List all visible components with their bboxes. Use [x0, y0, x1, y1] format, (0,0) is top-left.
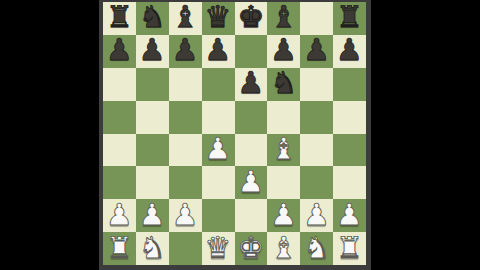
square-c1[interactable] [169, 232, 202, 265]
square-b7[interactable]: ♟ [136, 35, 169, 68]
square-a2[interactable]: ♟ [103, 199, 136, 232]
piece-white-pawn[interactable]: ♟ [106, 200, 133, 230]
piece-white-pawn[interactable]: ♟ [205, 134, 232, 164]
piece-black-bishop[interactable]: ♝ [270, 2, 297, 32]
square-c4[interactable] [169, 134, 202, 167]
piece-white-king[interactable]: ♚ [237, 233, 264, 263]
square-e3[interactable]: ♟ [235, 166, 268, 199]
square-h8[interactable]: ♜ [333, 2, 366, 35]
square-g1[interactable]: ♞ [300, 232, 333, 265]
square-c8[interactable]: ♝ [169, 2, 202, 35]
square-f5[interactable] [267, 101, 300, 134]
square-a4[interactable] [103, 134, 136, 167]
square-g7[interactable]: ♟ [300, 35, 333, 68]
square-h4[interactable] [333, 134, 366, 167]
square-a1[interactable]: ♜ [103, 232, 136, 265]
square-a6[interactable] [103, 68, 136, 101]
square-a5[interactable] [103, 101, 136, 134]
square-a8[interactable]: ♜ [103, 2, 136, 35]
square-b4[interactable] [136, 134, 169, 167]
square-b2[interactable]: ♟ [136, 199, 169, 232]
piece-white-bishop[interactable]: ♝ [270, 134, 297, 164]
square-e4[interactable] [235, 134, 268, 167]
square-b3[interactable] [136, 166, 169, 199]
square-e5[interactable] [235, 101, 268, 134]
piece-white-knight[interactable]: ♞ [303, 233, 330, 263]
piece-white-pawn[interactable]: ♟ [270, 200, 297, 230]
square-c3[interactable] [169, 166, 202, 199]
piece-black-knight[interactable]: ♞ [270, 68, 297, 98]
piece-white-rook[interactable]: ♜ [336, 233, 363, 263]
square-f4[interactable]: ♝ [267, 134, 300, 167]
square-d4[interactable]: ♟ [202, 134, 235, 167]
square-g5[interactable] [300, 101, 333, 134]
square-a3[interactable] [103, 166, 136, 199]
square-h7[interactable]: ♟ [333, 35, 366, 68]
square-g3[interactable] [300, 166, 333, 199]
square-e8[interactable]: ♚ [235, 2, 268, 35]
square-b6[interactable] [136, 68, 169, 101]
square-b5[interactable] [136, 101, 169, 134]
square-g2[interactable]: ♟ [300, 199, 333, 232]
piece-black-bishop[interactable]: ♝ [172, 2, 199, 32]
piece-white-pawn[interactable]: ♟ [237, 167, 264, 197]
square-g8[interactable] [300, 2, 333, 35]
piece-black-pawn[interactable]: ♟ [237, 68, 264, 98]
piece-white-rook[interactable]: ♜ [106, 233, 133, 263]
square-d5[interactable] [202, 101, 235, 134]
piece-black-queen[interactable]: ♛ [205, 2, 232, 32]
square-d8[interactable]: ♛ [202, 2, 235, 35]
square-c7[interactable]: ♟ [169, 35, 202, 68]
piece-black-rook[interactable]: ♜ [106, 2, 133, 32]
square-h6[interactable] [333, 68, 366, 101]
square-b1[interactable]: ♞ [136, 232, 169, 265]
square-g6[interactable] [300, 68, 333, 101]
square-b8[interactable]: ♞ [136, 2, 169, 35]
square-a7[interactable]: ♟ [103, 35, 136, 68]
square-d7[interactable]: ♟ [202, 35, 235, 68]
piece-black-pawn[interactable]: ♟ [139, 35, 166, 65]
square-e1[interactable]: ♚ [235, 232, 268, 265]
chess-board[interactable]: ♜♞♝♛♚♝♜♟♟♟♟♟♟♟♟♞♟♝♟♟♟♟♟♟♟♜♞♛♚♝♞♜ [103, 2, 366, 265]
square-d3[interactable] [202, 166, 235, 199]
piece-black-pawn[interactable]: ♟ [336, 35, 363, 65]
square-c6[interactable] [169, 68, 202, 101]
square-e2[interactable] [235, 199, 268, 232]
piece-black-king[interactable]: ♚ [237, 2, 264, 32]
piece-white-pawn[interactable]: ♟ [303, 200, 330, 230]
square-e7[interactable] [235, 35, 268, 68]
square-f3[interactable] [267, 166, 300, 199]
piece-white-pawn[interactable]: ♟ [172, 200, 199, 230]
piece-black-pawn[interactable]: ♟ [172, 35, 199, 65]
square-d6[interactable] [202, 68, 235, 101]
board-frame: ♜♞♝♛♚♝♜♟♟♟♟♟♟♟♟♞♟♝♟♟♟♟♟♟♟♜♞♛♚♝♞♜ [99, 0, 371, 270]
square-f8[interactable]: ♝ [267, 2, 300, 35]
piece-white-queen[interactable]: ♛ [205, 233, 232, 263]
square-f7[interactable]: ♟ [267, 35, 300, 68]
square-f6[interactable]: ♞ [267, 68, 300, 101]
piece-white-knight[interactable]: ♞ [139, 233, 166, 263]
square-h1[interactable]: ♜ [333, 232, 366, 265]
piece-black-pawn[interactable]: ♟ [270, 35, 297, 65]
piece-white-pawn[interactable]: ♟ [139, 200, 166, 230]
piece-black-pawn[interactable]: ♟ [106, 35, 133, 65]
piece-black-pawn[interactable]: ♟ [303, 35, 330, 65]
piece-black-rook[interactable]: ♜ [336, 2, 363, 32]
square-d2[interactable] [202, 199, 235, 232]
square-c5[interactable] [169, 101, 202, 134]
piece-white-pawn[interactable]: ♟ [336, 200, 363, 230]
square-e6[interactable]: ♟ [235, 68, 268, 101]
piece-white-bishop[interactable]: ♝ [270, 233, 297, 263]
square-c2[interactable]: ♟ [169, 199, 202, 232]
piece-black-pawn[interactable]: ♟ [205, 35, 232, 65]
square-g4[interactable] [300, 134, 333, 167]
square-f2[interactable]: ♟ [267, 199, 300, 232]
square-h2[interactable]: ♟ [333, 199, 366, 232]
square-f1[interactable]: ♝ [267, 232, 300, 265]
square-h3[interactable] [333, 166, 366, 199]
square-h5[interactable] [333, 101, 366, 134]
square-d1[interactable]: ♛ [202, 232, 235, 265]
piece-black-knight[interactable]: ♞ [139, 2, 166, 32]
